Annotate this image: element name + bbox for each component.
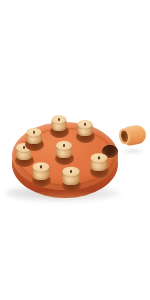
peg-cap-hole (70, 170, 73, 173)
peg-cap-hole (98, 156, 101, 159)
peg-cap-hole (40, 165, 43, 168)
peg-N[interactable] (52, 115, 67, 131)
peg-NW[interactable] (26, 128, 41, 144)
peg-cap-hole (33, 131, 35, 133)
product-photo-canvas (0, 0, 150, 300)
peg-cap-hole (58, 118, 60, 120)
peg-NE[interactable] (77, 120, 92, 136)
removed-peg-shadow (120, 148, 147, 154)
peg-cap-hole (84, 123, 86, 125)
peg-S[interactable] (62, 167, 79, 185)
peg-SE[interactable] (91, 153, 108, 171)
peg-SW[interactable] (33, 162, 50, 180)
peg-cap-hole (63, 144, 66, 146)
peg-C[interactable] (56, 141, 72, 158)
